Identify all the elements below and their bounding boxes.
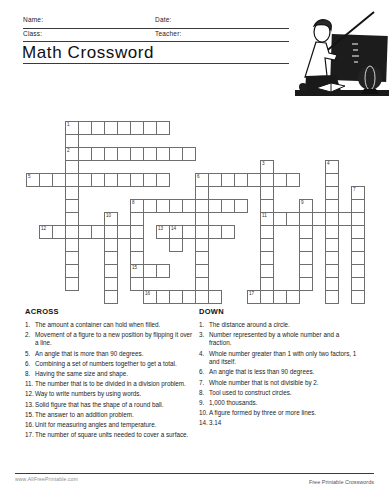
grid-cell[interactable] <box>169 290 183 304</box>
grid-cell[interactable] <box>234 173 248 187</box>
grid-cell[interactable] <box>351 212 365 226</box>
name-label: Name: <box>23 16 43 23</box>
grid-cell[interactable] <box>351 264 365 278</box>
clue-text: The number that is to be divided in a di… <box>35 380 193 389</box>
grid-cell[interactable]: 2 <box>65 147 79 161</box>
grid-cell[interactable] <box>156 290 170 304</box>
grid-cell[interactable] <box>299 212 313 226</box>
clue-item: 17.The number of square units needed to … <box>25 431 193 440</box>
grid-cell[interactable] <box>351 225 365 239</box>
grid-cell[interactable] <box>104 277 118 291</box>
grid-cell[interactable] <box>351 238 365 252</box>
cell-number: 2 <box>67 148 70 153</box>
grid-cell[interactable] <box>234 199 248 213</box>
grid-cell[interactable] <box>65 225 79 239</box>
grid-cell[interactable] <box>104 290 118 304</box>
grid-cell[interactable]: 17 <box>247 290 261 304</box>
apple <box>299 83 307 91</box>
grid-cell[interactable] <box>299 277 313 291</box>
grid-cell[interactable] <box>78 225 92 239</box>
grid-cell[interactable] <box>104 173 118 187</box>
clue-number: 7. <box>199 379 208 388</box>
grid-cell[interactable] <box>208 225 222 239</box>
grid-cell[interactable] <box>312 212 326 226</box>
grid-cell[interactable] <box>182 290 196 304</box>
grid-cell[interactable]: 9 <box>299 199 313 213</box>
footer-website: www.AllFreePrintable.com <box>15 476 78 482</box>
clue-text: Unit for measuring angles and temperatur… <box>35 421 193 430</box>
clue-item: 6.Combining a set of numbers together to… <box>25 360 193 369</box>
clue-item: 13.Solid figure that has the shape of a … <box>25 401 193 410</box>
grid-cell[interactable] <box>325 290 339 304</box>
clue-number: 2. <box>25 331 34 348</box>
grid-cell[interactable]: 5 <box>26 173 40 187</box>
grid-cell[interactable] <box>299 264 313 278</box>
grid-cell[interactable] <box>117 225 131 239</box>
clue-text: The answer to an addition problem. <box>35 411 193 420</box>
clue-text: A figure formed by three or more lines. <box>209 409 361 418</box>
grid-cell[interactable] <box>104 264 118 278</box>
grid-cell[interactable] <box>52 225 66 239</box>
cell-number: 3 <box>262 161 265 166</box>
grid-cell[interactable] <box>65 212 79 226</box>
grid-cell[interactable] <box>143 264 157 278</box>
clue-text: Having the same size and shape. <box>35 370 193 379</box>
grid-cell[interactable] <box>299 225 313 239</box>
grid-cell[interactable] <box>143 199 157 213</box>
clue-number: 10. <box>199 409 208 418</box>
across-clue-list: 1.The amount a container can hold when f… <box>25 321 193 440</box>
grid-cell[interactable] <box>195 290 209 304</box>
grid-cell[interactable] <box>65 251 79 265</box>
clue-number: 17. <box>25 431 34 440</box>
grid-cell[interactable] <box>156 199 170 213</box>
grid-cell[interactable] <box>273 173 287 187</box>
cell-number: 9 <box>301 200 304 205</box>
cell-number: 8 <box>132 200 135 205</box>
clue-number: 8. <box>25 370 34 379</box>
grid-cell[interactable]: 12 <box>39 225 53 239</box>
grid-cell[interactable] <box>221 173 235 187</box>
grid-cell[interactable] <box>130 147 144 161</box>
grid-cell[interactable]: 16 <box>143 290 157 304</box>
cell-number: 12 <box>41 226 46 231</box>
clue-number: 1. <box>199 321 208 330</box>
grid-cell[interactable] <box>260 290 274 304</box>
grid-cell[interactable] <box>65 186 79 200</box>
cell-number: 15 <box>132 265 137 270</box>
grid-cell[interactable] <box>182 225 196 239</box>
clue-text: Movement of a figure to a new position b… <box>35 331 193 348</box>
clue-number: 15. <box>25 411 34 420</box>
clue-number: 3. <box>199 331 208 348</box>
clue-number: 5. <box>25 350 34 359</box>
clue-item: 14.3.14 <box>199 419 361 428</box>
grid-cell[interactable] <box>273 290 287 304</box>
grid-cell[interactable]: 13 <box>156 225 170 239</box>
grid-cell[interactable] <box>208 173 222 187</box>
clue-item: 15.The answer to an addition problem. <box>25 411 193 420</box>
grid-cell[interactable] <box>104 225 118 239</box>
grid-cell[interactable] <box>156 121 170 135</box>
grid-cell[interactable] <box>195 225 209 239</box>
grid-cell[interactable] <box>143 121 157 135</box>
cell-number: 10 <box>106 213 111 218</box>
grid-cell[interactable] <box>182 147 196 161</box>
grid-cell[interactable] <box>286 212 300 226</box>
grid-cell[interactable] <box>351 290 365 304</box>
grid-cell[interactable]: 14 <box>169 225 183 239</box>
grid-cell[interactable] <box>91 225 105 239</box>
grid-cell[interactable]: 3 <box>260 160 274 174</box>
grid-cell[interactable] <box>195 264 209 278</box>
grid-cell[interactable] <box>195 212 209 226</box>
clue-number: 14. <box>199 419 208 428</box>
across-clues-section: ACROSS 1.The amount a container can hold… <box>25 308 193 441</box>
cell-number: 5 <box>28 174 31 179</box>
clue-number: 12. <box>25 390 34 399</box>
grid-cell[interactable] <box>117 121 131 135</box>
clue-text: Whole number that is not divisible by 2. <box>209 379 361 388</box>
grid-cell[interactable] <box>325 199 339 213</box>
globe <box>358 66 382 90</box>
grid-cell[interactable] <box>156 173 170 187</box>
grid-cell[interactable] <box>195 186 209 200</box>
grid-cell[interactable] <box>221 199 235 213</box>
clue-item: 10.A figure formed by three or more line… <box>199 409 361 418</box>
grid-cell[interactable] <box>169 199 183 213</box>
grid-cell[interactable] <box>260 225 274 239</box>
clue-item: 8.Having the same size and shape. <box>25 370 193 379</box>
clue-item: 2.Movement of a figure to a new position… <box>25 331 193 348</box>
grid-cell[interactable] <box>338 212 352 226</box>
clue-item: 12.Way to write numbers by using words. <box>25 390 193 399</box>
grid-cell[interactable]: 8 <box>130 199 144 213</box>
clue-text: The distance around a circle. <box>209 321 361 330</box>
grid-cell[interactable] <box>351 199 365 213</box>
clue-item: 16.Unit for measuring angles and tempera… <box>25 421 193 430</box>
clue-text: 3.14 <box>209 419 361 428</box>
down-clue-list: 1.The distance around a circle.3.Number … <box>199 321 361 428</box>
grid-cell[interactable]: 10 <box>104 212 118 226</box>
grid-cell[interactable] <box>130 277 144 291</box>
grid-cell[interactable] <box>325 251 339 265</box>
cell-number: 17 <box>249 291 254 296</box>
grid-cell[interactable] <box>65 134 79 148</box>
grid-cell[interactable] <box>195 277 209 291</box>
grid-cell[interactable] <box>91 147 105 161</box>
grid-cell[interactable] <box>91 121 105 135</box>
clue-text: Whole number greater than 1 with only tw… <box>209 350 361 367</box>
clue-number: 9. <box>199 399 208 408</box>
clue-number: 6. <box>199 368 208 377</box>
across-heading: ACROSS <box>25 308 193 317</box>
class-teacher-blank-line <box>23 41 289 42</box>
grid-cell[interactable] <box>195 238 209 252</box>
cell-number: 6 <box>197 174 200 179</box>
grid-cell[interactable] <box>260 238 274 252</box>
grid-cell[interactable] <box>260 199 274 213</box>
grid-cell[interactable] <box>91 173 105 187</box>
clue-text: The number of square units needed to cov… <box>35 431 193 440</box>
grid-cell[interactable] <box>169 147 183 161</box>
clue-item: 1.The amount a container can hold when f… <box>25 321 193 330</box>
grid-cell[interactable] <box>325 238 339 252</box>
grid-cell[interactable] <box>104 121 118 135</box>
grid-cell[interactable] <box>286 173 300 187</box>
clue-text: Solid figure that has the shape of a rou… <box>35 401 193 410</box>
cell-number: 16 <box>145 291 150 296</box>
grid-cell[interactable]: 7 <box>351 186 365 200</box>
grid-cell[interactable] <box>182 199 196 213</box>
grid-cell[interactable] <box>195 199 209 213</box>
cell-number: 4 <box>327 161 330 166</box>
grid-cell[interactable] <box>208 290 222 304</box>
grid-cell[interactable] <box>299 238 313 252</box>
grid-cell[interactable]: 15 <box>130 264 144 278</box>
cell-number: 1 <box>67 122 70 127</box>
down-clues-section: DOWN 1.The distance around a circle.3.Nu… <box>199 308 361 429</box>
page-title: Math Crossword <box>22 43 154 63</box>
grid-cell[interactable] <box>325 277 339 291</box>
grid-cell[interactable] <box>130 121 144 135</box>
cell-number: 14 <box>171 226 176 231</box>
clue-number: 8. <box>199 389 208 398</box>
grid-cell[interactable] <box>325 186 339 200</box>
grid-cell[interactable] <box>117 173 131 187</box>
grid-cell[interactable] <box>325 173 339 187</box>
clue-item: 5.An angle that is more than 90 degrees. <box>25 350 193 359</box>
teacher-illustration <box>294 6 390 108</box>
grid-cell[interactable] <box>78 121 92 135</box>
grid-cell[interactable] <box>195 251 209 265</box>
clue-number: 13. <box>25 401 34 410</box>
grid-cell[interactable] <box>260 251 274 265</box>
clue-item: 1.The distance around a circle. <box>199 321 361 330</box>
grid-cell[interactable] <box>39 173 53 187</box>
clue-item: 11.The number that is to be divided in a… <box>25 380 193 389</box>
grid-cell[interactable]: 11 <box>260 212 274 226</box>
grid-cell[interactable] <box>325 212 339 226</box>
globe-stand <box>361 89 379 94</box>
grid-cell[interactable] <box>117 147 131 161</box>
clue-text: Number represented by a whole number and… <box>209 331 361 348</box>
grid-cell[interactable] <box>104 147 118 161</box>
clue-text: Way to write numbers by using words. <box>35 390 193 399</box>
grid-cell[interactable] <box>65 264 79 278</box>
clue-item: 9.1,000 thousands. <box>199 399 361 408</box>
clue-item: 8.Tool used to construct circles. <box>199 389 361 398</box>
grid-cell[interactable] <box>130 251 144 265</box>
clue-item: 3.Number represented by a whole number a… <box>199 331 361 348</box>
clue-text: 1,000 thousands. <box>209 399 361 408</box>
grid-cell[interactable] <box>143 147 157 161</box>
grid-cell[interactable] <box>247 173 261 187</box>
grid-cell[interactable] <box>325 264 339 278</box>
grid-cell[interactable] <box>104 238 118 252</box>
clue-item: 6.An angle that is less than 90 degrees. <box>199 368 361 377</box>
grid-cell[interactable] <box>130 225 144 239</box>
clue-item: 7.Whole number that is not divisible by … <box>199 379 361 388</box>
grid-cell[interactable] <box>52 173 66 187</box>
clue-number: 4. <box>199 350 208 367</box>
footer-divider <box>15 473 374 474</box>
footer-caption: Free Printable Crosswords <box>309 479 374 485</box>
grid-cell[interactable]: 4 <box>325 160 339 174</box>
clue-text: An angle that is less than 90 degrees. <box>209 368 361 377</box>
teacher-label: Teacher: <box>155 30 182 37</box>
clue-text: Combining a set of numbers together to g… <box>35 360 193 369</box>
date-label: Date: <box>155 16 172 23</box>
crossword-grid: 1234567891011121314151617 <box>26 121 366 305</box>
grid-cell[interactable] <box>260 264 274 278</box>
grid-cell[interactable] <box>260 186 274 200</box>
grid-cell[interactable] <box>104 251 118 265</box>
grid-cell[interactable] <box>65 199 79 213</box>
grid-cell[interactable] <box>65 173 79 187</box>
grid-cell[interactable] <box>325 225 339 239</box>
grid-cell[interactable]: 6 <box>195 173 209 187</box>
grid-cell[interactable] <box>286 290 300 304</box>
cell-number: 13 <box>158 226 163 231</box>
grid-cell[interactable] <box>156 264 170 278</box>
grid-cell[interactable] <box>130 238 144 252</box>
grid-cell[interactable] <box>78 147 92 161</box>
grid-cell[interactable] <box>351 277 365 291</box>
grid-cell[interactable] <box>156 147 170 161</box>
title-underline <box>23 63 289 64</box>
cell-number: 7 <box>353 187 356 192</box>
grid-cell[interactable] <box>65 238 79 252</box>
worksheet-page: { "game": "crossword", "title": "Math Cr… <box>0 0 390 504</box>
grid-cell[interactable] <box>273 212 287 226</box>
grid-cell[interactable] <box>169 238 183 252</box>
grid-cell[interactable] <box>208 199 222 213</box>
grid-cell[interactable] <box>260 173 274 187</box>
cell-number: 11 <box>262 213 267 218</box>
down-heading: DOWN <box>199 308 361 317</box>
grid-cell[interactable]: 1 <box>65 121 79 135</box>
clue-item: 4.Whole number greater than 1 with only … <box>199 350 361 367</box>
clue-text: The amount a container can hold when fil… <box>35 321 193 330</box>
grid-cell[interactable] <box>260 277 274 291</box>
clue-number: 1. <box>25 321 34 330</box>
grid-cell[interactable] <box>299 251 313 265</box>
grid-cell[interactable] <box>351 251 365 265</box>
clue-number: 6. <box>25 360 34 369</box>
grid-cell[interactable] <box>78 173 92 187</box>
clue-text: An angle that is more than 90 degrees. <box>35 350 193 359</box>
grid-cell[interactable] <box>221 225 235 239</box>
grid-cell[interactable] <box>65 160 79 174</box>
grid-cell[interactable] <box>65 277 79 291</box>
clue-number: 16. <box>25 421 34 430</box>
name-date-blank-line <box>23 28 289 29</box>
grid-cell[interactable] <box>143 173 157 187</box>
class-label: Class: <box>23 30 42 37</box>
clue-text: Tool used to construct circles. <box>209 389 361 398</box>
clue-number: 11. <box>25 380 34 389</box>
grid-cell[interactable] <box>130 173 144 187</box>
grid-cell[interactable] <box>130 212 144 226</box>
